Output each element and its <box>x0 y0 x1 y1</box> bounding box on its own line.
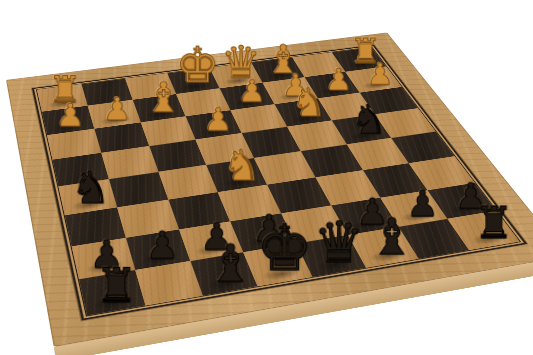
square-h3[interactable] <box>47 129 101 160</box>
square-e5[interactable]: ♞ <box>206 158 267 192</box>
piece-white-bishop-f2[interactable]: ♝ <box>140 77 186 119</box>
piece-white-pawn-h2[interactable]: ♟ <box>47 99 94 131</box>
square-e3[interactable]: ♟ <box>186 110 242 140</box>
piece-black-queen-d8[interactable]: ♛ <box>311 215 367 271</box>
piece-black-bishop-c8[interactable]: ♝ <box>364 212 420 262</box>
piece-black-rook-a8[interactable]: ♜ <box>466 201 520 245</box>
piece-white-pawn-g2[interactable]: ♟ <box>94 93 141 125</box>
piece-black-pawn-g7[interactable]: ♟ <box>134 227 190 265</box>
board-pinstripe-frame: ♜♚♛♝♜♟♟♝♟♟♟♟♟♞♞♞♞♟♟♟♟♟♟♟♜♝♚♛♝♜ <box>36 47 521 317</box>
piece-black-knight-b4[interactable]: ♞ <box>345 100 393 140</box>
piece-white-pawn-e3[interactable]: ♟ <box>195 103 242 135</box>
square-h8[interactable]: ♜ <box>79 270 145 315</box>
square-g3[interactable] <box>94 122 149 153</box>
piece-white-pawn-d2[interactable]: ♟ <box>229 75 274 106</box>
piece-black-rook-h8[interactable]: ♜ <box>87 262 146 309</box>
piece-black-knight-h5[interactable]: ♞ <box>65 166 117 210</box>
piece-white-knight-e5[interactable]: ♞ <box>217 145 268 188</box>
square-h5[interactable]: ♞ <box>58 179 116 215</box>
chess-scene: ♜♚♛♝♜♟♟♝♟♟♟♟♟♞♞♞♞♟♟♟♟♟♟♟♜♝♚♛♝♜ <box>0 0 533 355</box>
square-f8[interactable]: ♝ <box>190 252 258 295</box>
piece-white-knight-c3[interactable]: ♞ <box>286 84 332 123</box>
chess-board: ♜♚♛♝♜♟♟♝♟♟♟♟♟♞♞♞♞♟♟♟♟♟♟♟♜♝♚♛♝♜ <box>6 33 533 347</box>
square-f5[interactable] <box>158 165 218 200</box>
square-h2[interactable]: ♟ <box>42 106 94 135</box>
square-f4[interactable] <box>149 140 207 172</box>
square-g2[interactable]: ♟ <box>87 100 140 129</box>
photo-canvas: ♜♚♛♝♜♟♟♝♟♟♟♟♟♞♞♞♞♟♟♟♟♟♟♟♜♝♚♛♝♜ <box>0 0 533 355</box>
board-grid: ♜♚♛♝♜♟♟♝♟♟♟♟♟♞♞♞♞♟♟♟♟♟♟♟♜♝♚♛♝♜ <box>36 47 521 317</box>
piece-black-king-e8[interactable]: ♚ <box>256 217 313 280</box>
piece-white-pawn-a2[interactable]: ♟ <box>358 59 402 89</box>
square-b4[interactable]: ♞ <box>331 114 391 144</box>
piece-black-bishop-f8[interactable]: ♝ <box>201 238 258 290</box>
square-a8[interactable]: ♜ <box>448 211 520 250</box>
